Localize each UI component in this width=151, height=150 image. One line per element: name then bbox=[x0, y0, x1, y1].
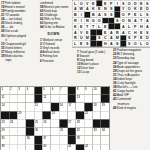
cell-letter: H bbox=[134, 30, 137, 35]
cell-letter: N bbox=[128, 18, 131, 23]
cell-letter: R bbox=[74, 18, 77, 23]
cell-number: 35 bbox=[2, 136, 5, 139]
cell-letter: A bbox=[86, 7, 89, 12]
clue-text: Noonday nap bbox=[116, 56, 134, 60]
grid-cell bbox=[9, 103, 17, 111]
grid-cell: 23 bbox=[1, 120, 9, 128]
cell-letter: K bbox=[92, 7, 95, 12]
cell-letter: E bbox=[86, 30, 88, 35]
cell-letter: D bbox=[146, 7, 149, 12]
cell-letter: W bbox=[80, 7, 83, 12]
grid-cell bbox=[51, 144, 59, 150]
grid-cell bbox=[9, 95, 17, 103]
cell-number: 24 bbox=[10, 120, 13, 123]
cell-letter: O bbox=[128, 7, 131, 12]
clue-text: Fashion magazine bbox=[116, 48, 141, 52]
clue-text: Chaperoned girl bbox=[4, 42, 26, 46]
clue-text: Family member bbox=[4, 9, 25, 13]
cell-number: 23 bbox=[2, 120, 5, 123]
grid-cell: 15 bbox=[34, 103, 42, 111]
cell-letter: A bbox=[110, 30, 113, 35]
cell-number: 2 bbox=[10, 87, 12, 90]
cell-letter: M bbox=[86, 36, 89, 41]
down-section-header: DOWN bbox=[40, 32, 67, 36]
grid-cell: 14 bbox=[1, 103, 9, 111]
cell-letter: C bbox=[104, 36, 107, 41]
cell-letter: L bbox=[140, 12, 142, 17]
cell-letter: R bbox=[74, 36, 77, 41]
grid-cell: 27 bbox=[68, 120, 76, 128]
black-square bbox=[68, 87, 76, 95]
black-square bbox=[1, 111, 9, 119]
clue-text: Fish habitat bbox=[4, 1, 20, 5]
cell-letter: K bbox=[74, 24, 77, 29]
cell-letter: A bbox=[146, 24, 149, 29]
cell-number: 17 bbox=[68, 103, 71, 106]
grid-cell bbox=[26, 144, 34, 150]
cell-letter: M bbox=[116, 36, 119, 41]
grid-cell bbox=[59, 136, 67, 144]
cell-number: 14 bbox=[2, 103, 5, 106]
down-clue-column-right: 21 Fashion magazine22 BLT dressing23 Noo… bbox=[113, 48, 143, 110]
cell-letter: R bbox=[116, 30, 119, 35]
grid-cell: 10 bbox=[93, 87, 101, 95]
grid-cell: 25 bbox=[34, 120, 42, 128]
cell-number: 27 bbox=[68, 120, 71, 123]
clue-item: 64 To be, to Balzac bbox=[40, 25, 69, 29]
clue-text: Marvel's — Lee bbox=[116, 85, 137, 89]
black-square bbox=[51, 103, 59, 111]
clue-text: Contented murmurs bbox=[116, 97, 130, 105]
cell-letter: P bbox=[134, 36, 136, 41]
clue-text: — -do bbox=[4, 25, 13, 29]
cell-letter: U bbox=[80, 36, 83, 41]
cell-number: 18 bbox=[93, 103, 96, 106]
cell-letter: S bbox=[128, 36, 130, 41]
black-square bbox=[93, 120, 101, 128]
cell-letter: I bbox=[81, 12, 82, 17]
clue-column-middle: confirmed59 Munro's pen name60 Kiosk buy… bbox=[40, 1, 69, 63]
cell-letter: L bbox=[128, 24, 130, 29]
black-square bbox=[101, 87, 109, 95]
cell-number: 7 bbox=[60, 87, 62, 90]
clue-text: Artificial duck bbox=[42, 50, 60, 54]
grid-cell: 18 bbox=[93, 103, 101, 111]
black-square bbox=[34, 95, 42, 103]
screenshot-viewport: 17 Fish habitat18 Horse's morsel19 Famil… bbox=[0, 0, 150, 150]
cell-letter: I bbox=[117, 1, 118, 6]
grid-cell bbox=[9, 144, 17, 150]
clue-text: Arab VIP bbox=[116, 93, 128, 97]
grid-cell bbox=[18, 120, 26, 128]
cell-letter: B bbox=[74, 12, 77, 17]
grid-cell: 35 bbox=[1, 136, 9, 144]
cell-number: 11 bbox=[2, 95, 5, 98]
cell-number: 9 bbox=[85, 87, 87, 90]
clue-text: Dog breed bbox=[79, 58, 94, 62]
cell-letter: S bbox=[128, 41, 130, 46]
clue-item: 39 Molecular bio. topic bbox=[1, 54, 27, 62]
grid-cell: 33 bbox=[93, 128, 101, 136]
cell-letter: O bbox=[80, 1, 83, 6]
cell-letter: B bbox=[92, 12, 95, 17]
cell-letter: E bbox=[80, 24, 82, 29]
grid-cell bbox=[18, 128, 26, 136]
cell-letter: D bbox=[134, 1, 137, 6]
clue-text: That, in Acapulco bbox=[116, 73, 139, 77]
grid-cell: 13 bbox=[76, 95, 84, 103]
grid-cell: 38 bbox=[76, 136, 84, 144]
grid-cell: 24 bbox=[9, 120, 17, 128]
grid-cell bbox=[84, 95, 92, 103]
grid-cell bbox=[51, 120, 59, 128]
cell-letter: P bbox=[128, 12, 130, 17]
grid-cell: 20 bbox=[18, 111, 26, 119]
grid-cell: 30 bbox=[34, 128, 42, 136]
grid-cell bbox=[93, 136, 101, 144]
grid-cell: 28 bbox=[76, 120, 84, 128]
black-square bbox=[34, 87, 42, 95]
cell-letter: S bbox=[104, 12, 106, 17]
clue-text: Spring site bbox=[43, 21, 58, 25]
cell-letter: S bbox=[146, 1, 148, 6]
grid-cell: 6 bbox=[51, 87, 59, 95]
cell-letter: E bbox=[104, 24, 106, 29]
blank-puzzle-grid: 1234567891011121314151617181920212223242… bbox=[1, 86, 110, 150]
cell-letter: E bbox=[140, 1, 142, 6]
cell-letter: S bbox=[116, 18, 118, 23]
cell-letter: A bbox=[74, 30, 77, 35]
grid-cell: 12 bbox=[43, 95, 51, 103]
grid-cell: O bbox=[145, 41, 151, 47]
black-square bbox=[84, 103, 92, 111]
grid-cell: 40 bbox=[43, 144, 51, 150]
clue-text: To be, to Balzac bbox=[43, 25, 65, 29]
grid-cell: 17 bbox=[68, 103, 76, 111]
grid-cell: 26 bbox=[43, 120, 51, 128]
black-square bbox=[26, 120, 34, 128]
clue-text: Molecular bio. topic bbox=[4, 54, 23, 62]
clue-text: Travel gear (2 wds.) bbox=[79, 50, 106, 54]
clue-text: With, to Fritz bbox=[43, 17, 60, 21]
grid-cell bbox=[59, 95, 67, 103]
cell-letter: C bbox=[128, 30, 131, 35]
black-square bbox=[76, 111, 84, 119]
cell-number: 31 bbox=[60, 128, 63, 131]
grid-cell: 7 bbox=[59, 87, 67, 95]
cell-letter: E bbox=[80, 41, 82, 46]
cell-letter: E bbox=[104, 30, 106, 35]
grid-cell: 16 bbox=[59, 103, 67, 111]
grid-cell bbox=[93, 95, 101, 103]
newspaper-crossword-page: 17 Fish habitat18 Horse's morsel19 Famil… bbox=[0, 0, 150, 150]
grid-cell bbox=[9, 136, 17, 144]
black-square bbox=[101, 120, 109, 128]
grid-cell bbox=[84, 128, 92, 136]
grid-cell: 34 bbox=[101, 128, 109, 136]
cell-letter: L bbox=[98, 24, 100, 29]
cell-letter: T bbox=[86, 24, 88, 29]
grid-cell: 41 bbox=[68, 144, 76, 150]
cell-letter: A bbox=[122, 30, 125, 35]
cell-number: 25 bbox=[35, 120, 38, 123]
cell-letter: K bbox=[134, 7, 137, 12]
grid-cell bbox=[18, 95, 26, 103]
grid-cell bbox=[43, 128, 51, 136]
cell-number: 36 bbox=[27, 136, 30, 139]
clue-text: Curly hairstyle bbox=[116, 81, 135, 85]
grid-cell: 11 bbox=[1, 95, 9, 103]
grid-cell bbox=[84, 136, 92, 144]
grid-cell bbox=[84, 120, 92, 128]
clue-text: Munro's pen name bbox=[43, 5, 68, 9]
cell-letter: T bbox=[92, 24, 94, 29]
grid-cell bbox=[26, 103, 34, 111]
cell-letter: A bbox=[134, 18, 137, 23]
cell-letter: D bbox=[146, 36, 149, 41]
grid-cell: 36 bbox=[26, 136, 34, 144]
cell-letter: I bbox=[81, 18, 82, 23]
clue-text: Stock ending bbox=[4, 21, 22, 25]
clue-text: Workout venue bbox=[42, 38, 63, 42]
grid-cell bbox=[59, 111, 67, 119]
cell-number: 5 bbox=[43, 87, 45, 90]
grid-cell bbox=[51, 95, 59, 103]
cell-letter: T bbox=[140, 18, 142, 23]
grid-cell: 19 bbox=[101, 103, 109, 111]
clue-text: Book appendices bbox=[116, 64, 139, 68]
cell-letter: O bbox=[134, 41, 137, 46]
black-square bbox=[68, 136, 76, 144]
cell-letter: S bbox=[86, 41, 88, 46]
clue-text: Challenge bbox=[43, 13, 57, 17]
cell-number: 42 bbox=[85, 145, 88, 148]
grid-cell: 29 bbox=[1, 128, 9, 136]
cell-letter: E bbox=[134, 12, 136, 17]
clue-text: Got a cab bbox=[4, 29, 18, 33]
cell-letter: N bbox=[104, 7, 107, 12]
grid-cell bbox=[9, 128, 17, 136]
cell-number: 13 bbox=[77, 95, 80, 98]
cell-letter: G bbox=[92, 18, 95, 23]
grid-cell bbox=[76, 103, 84, 111]
clue-text: TV awards bbox=[4, 13, 19, 17]
cell-letter: A bbox=[122, 24, 125, 29]
grid-cell: 21 bbox=[51, 111, 59, 119]
cell-letter: A bbox=[146, 18, 149, 23]
grid-cell: 1 bbox=[1, 87, 9, 95]
cell-number: 8 bbox=[77, 87, 79, 90]
clue-item: 45 Kind of engine bbox=[113, 105, 143, 109]
clue-item: 13 Co-op bbox=[77, 70, 108, 74]
cell-letter: V bbox=[86, 1, 88, 6]
grid-cell: 2 bbox=[9, 87, 17, 95]
grid-cell bbox=[18, 136, 26, 144]
clue-text: Greek letters bbox=[4, 46, 22, 50]
down-clue-column-center: 7 Travel gear (2 wds.)8 Season9 Dog bree… bbox=[77, 50, 108, 75]
cell-number: 16 bbox=[60, 103, 63, 106]
black-square bbox=[68, 128, 76, 136]
grid-cell: 37 bbox=[43, 136, 51, 144]
clue-item: 43 Contented murmurs bbox=[113, 97, 143, 105]
cell-letter: L bbox=[74, 1, 76, 6]
grid-cell bbox=[101, 136, 109, 144]
black-square bbox=[43, 111, 51, 119]
cell-number: 26 bbox=[43, 120, 46, 123]
cell-number: 15 bbox=[35, 103, 38, 106]
black-square bbox=[26, 128, 34, 136]
clue-text: confirmed bbox=[40, 1, 53, 5]
cell-letter: E bbox=[140, 7, 142, 12]
cell-number: 34 bbox=[102, 128, 105, 131]
grid-cell: 8 bbox=[76, 87, 84, 95]
grid-cell bbox=[101, 144, 109, 150]
clue-text: Drops on the grass bbox=[116, 69, 142, 73]
grid-cell: 32 bbox=[76, 128, 84, 136]
black-square bbox=[34, 144, 42, 150]
cell-number: 41 bbox=[68, 145, 71, 148]
cell-letter: A bbox=[110, 36, 113, 41]
grid-cell: 22 bbox=[84, 111, 92, 119]
black-square bbox=[68, 95, 76, 103]
clue-text: Kiosk buy bbox=[43, 9, 57, 13]
cell-letter: L bbox=[140, 41, 142, 46]
clue-text: Kind of engine bbox=[116, 105, 136, 109]
clue-text: Many millennia bbox=[4, 50, 24, 54]
clue-text: Co-op bbox=[80, 70, 89, 74]
cell-number: 37 bbox=[43, 136, 46, 139]
grid-cell bbox=[51, 136, 59, 144]
grid-cell bbox=[26, 111, 34, 119]
cell-number: 1 bbox=[2, 87, 4, 90]
cell-number: 12 bbox=[43, 95, 46, 98]
cell-number: 10 bbox=[93, 87, 96, 90]
grid-cell bbox=[43, 103, 51, 111]
cell-letter: O bbox=[122, 12, 125, 17]
clue-text: Baker's place bbox=[80, 62, 98, 66]
clue-text: Diner fare bbox=[80, 66, 94, 70]
cell-letter: S bbox=[116, 41, 118, 46]
clue-text: Vinyl records bbox=[42, 46, 60, 50]
cell-letter: V bbox=[80, 30, 82, 35]
cell-letter: A bbox=[110, 41, 113, 46]
cell-letter: E bbox=[140, 36, 142, 41]
grid-cell bbox=[18, 144, 26, 150]
clue-text: Horse's morsel bbox=[4, 5, 24, 9]
grid-cell: 39 bbox=[1, 144, 9, 150]
grid-cell bbox=[26, 95, 34, 103]
cell-letter: P bbox=[134, 24, 136, 29]
cell-number: 20 bbox=[18, 112, 21, 115]
cell-letter: S bbox=[122, 1, 124, 6]
clue-item: 30 Orpheus played it bbox=[1, 33, 27, 41]
cell-number: 29 bbox=[2, 128, 5, 131]
cell-number: 38 bbox=[77, 136, 80, 139]
cell-letter: O bbox=[146, 41, 149, 46]
black-square bbox=[9, 111, 17, 119]
cell-letter: N bbox=[86, 18, 89, 23]
cell-number: 39 bbox=[2, 145, 5, 148]
grid-cell bbox=[101, 111, 109, 119]
clue-text: Orpheus played it bbox=[4, 33, 26, 41]
grid-cell bbox=[51, 128, 59, 136]
cell-letter: S bbox=[146, 12, 148, 17]
grid-cell bbox=[18, 103, 26, 111]
grid-cell bbox=[93, 111, 101, 119]
clue-text: Fishing lure bbox=[42, 54, 58, 58]
cell-letter: A bbox=[98, 12, 101, 17]
cell-number: 3 bbox=[18, 87, 20, 90]
cell-letter: O bbox=[98, 18, 101, 23]
cell-number: 30 bbox=[35, 128, 38, 131]
grid-cell: 4 bbox=[26, 87, 34, 95]
cell-letter: E bbox=[140, 30, 142, 35]
cell-letter: L bbox=[74, 41, 76, 46]
grid-cell bbox=[93, 144, 101, 150]
across-clues-58-64: confirmed59 Munro's pen name60 Kiosk buy… bbox=[40, 1, 69, 30]
cell-letter: P bbox=[110, 1, 112, 6]
cell-letter: S bbox=[110, 12, 112, 17]
cell-letter: S bbox=[98, 36, 100, 41]
clue-text: Cargo hauler bbox=[116, 89, 134, 93]
grid-cell: 42 bbox=[84, 144, 92, 150]
clue-text: Season bbox=[79, 54, 90, 58]
clue-text: — out (relax) bbox=[4, 17, 22, 21]
cell-letter: S bbox=[146, 30, 148, 35]
cell-number: 28 bbox=[77, 120, 80, 123]
cell-number: 4 bbox=[27, 87, 29, 90]
cell-letter: A bbox=[74, 7, 77, 12]
cell-number: 40 bbox=[43, 145, 46, 148]
black-square bbox=[34, 136, 42, 144]
cell-letter: E bbox=[92, 1, 94, 6]
across-clue-column-left: 17 Fish habitat18 Horse's morsel19 Famil… bbox=[1, 1, 27, 63]
cell-letter: H bbox=[104, 41, 107, 46]
clue-text: VI halved bbox=[42, 42, 55, 46]
down-clues-1-6: 1 Workout venue2 VI halved3 Vinyl record… bbox=[40, 38, 69, 63]
previous-solution-grid: LOVEEPISODESAWAKENSYOKEDBIBASSOPELSRINGO… bbox=[72, 0, 150, 47]
cell-number: 19 bbox=[102, 103, 105, 106]
grid-cell: 3 bbox=[18, 87, 26, 95]
grid-cell: 5 bbox=[43, 87, 51, 95]
black-square bbox=[76, 144, 84, 150]
clue-item: 6 Function bbox=[40, 58, 69, 62]
clue-text: Indent keys bbox=[116, 77, 132, 81]
black-square bbox=[59, 120, 67, 128]
cell-letter: E bbox=[104, 1, 106, 6]
grid-cell bbox=[68, 111, 76, 119]
black-square bbox=[101, 95, 109, 103]
cell-letter: Y bbox=[122, 7, 124, 12]
clue-text: Function bbox=[42, 58, 54, 62]
grid-cell bbox=[59, 144, 67, 150]
grid-cell bbox=[34, 111, 42, 119]
cell-number: 22 bbox=[85, 112, 88, 115]
cell-number: 21 bbox=[52, 112, 55, 115]
cell-letter: S bbox=[110, 7, 112, 12]
clue-text: BLT dressing bbox=[116, 52, 134, 56]
cell-letter: O bbox=[122, 18, 125, 23]
cell-letter: O bbox=[128, 1, 131, 6]
cell-number: 33 bbox=[93, 128, 96, 131]
cell-letter: E bbox=[98, 7, 100, 12]
cell-letter: H bbox=[140, 24, 143, 29]
grid-cell: 31 bbox=[59, 128, 67, 136]
clue-text: Type of sausage bbox=[116, 60, 138, 64]
cell-number: 32 bbox=[77, 128, 80, 131]
grid-cell: 9 bbox=[84, 87, 92, 95]
cell-number: 6 bbox=[52, 87, 54, 90]
